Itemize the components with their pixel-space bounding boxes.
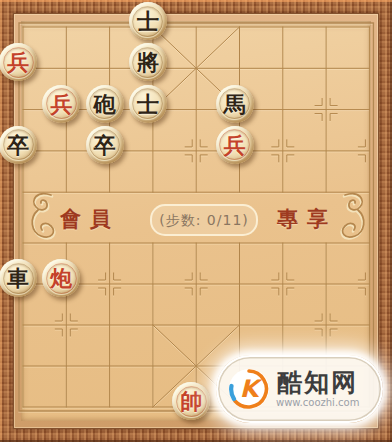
piece-black-general[interactable]: 將 bbox=[129, 43, 167, 81]
piece-black-chariot[interactable]: 車 bbox=[0, 259, 37, 297]
piece-glyph: 兵 bbox=[42, 85, 80, 123]
watermark-logo-icon: K bbox=[228, 368, 270, 410]
piece-glyph: 帥 bbox=[172, 382, 210, 420]
piece-glyph: 車 bbox=[0, 259, 37, 297]
piece-black-soldier[interactable]: 卒 bbox=[0, 126, 37, 164]
river-ornament-right bbox=[335, 188, 371, 248]
watermark: K 酷知网 www.coozhi.com bbox=[216, 355, 383, 423]
piece-glyph: 兵 bbox=[0, 43, 37, 81]
piece-black-advisor[interactable]: 士 bbox=[129, 85, 167, 123]
piece-glyph: 士 bbox=[129, 85, 167, 123]
piece-glyph: 士 bbox=[129, 2, 167, 40]
piece-red-cannon[interactable]: 炮 bbox=[42, 259, 80, 297]
piece-red-soldier[interactable]: 兵 bbox=[0, 43, 37, 81]
piece-glyph: 將 bbox=[129, 43, 167, 81]
piece-black-cannon[interactable]: 砲 bbox=[86, 85, 124, 123]
river-label-exclusive: 專享 bbox=[277, 205, 337, 233]
piece-red-soldier[interactable]: 兵 bbox=[42, 85, 80, 123]
steps-badge: (步数: 0/11) bbox=[150, 204, 258, 236]
piece-black-advisor[interactable]: 士 bbox=[129, 2, 167, 40]
piece-glyph: 砲 bbox=[86, 85, 124, 123]
watermark-logo-letter: K bbox=[228, 368, 270, 410]
piece-glyph: 卒 bbox=[0, 126, 37, 164]
xiangqi-app: 會員 (步数: 0/11) 專享 士兵將兵砲士馬卒卒兵車炮帥 K 酷知网 www… bbox=[0, 0, 392, 442]
watermark-site-name: 酷知网 bbox=[277, 370, 358, 396]
piece-black-soldier[interactable]: 卒 bbox=[86, 126, 124, 164]
piece-glyph: 炮 bbox=[42, 259, 80, 297]
river-label-member: 會員 bbox=[60, 205, 120, 233]
piece-red-soldier[interactable]: 兵 bbox=[216, 126, 254, 164]
piece-glyph: 馬 bbox=[216, 85, 254, 123]
piece-black-horse[interactable]: 馬 bbox=[216, 85, 254, 123]
piece-glyph: 兵 bbox=[216, 126, 254, 164]
piece-glyph: 卒 bbox=[86, 126, 124, 164]
piece-red-general[interactable]: 帥 bbox=[172, 382, 210, 420]
watermark-site-url: www.coozhi.com bbox=[276, 397, 359, 408]
river-ornament-left bbox=[25, 188, 61, 248]
